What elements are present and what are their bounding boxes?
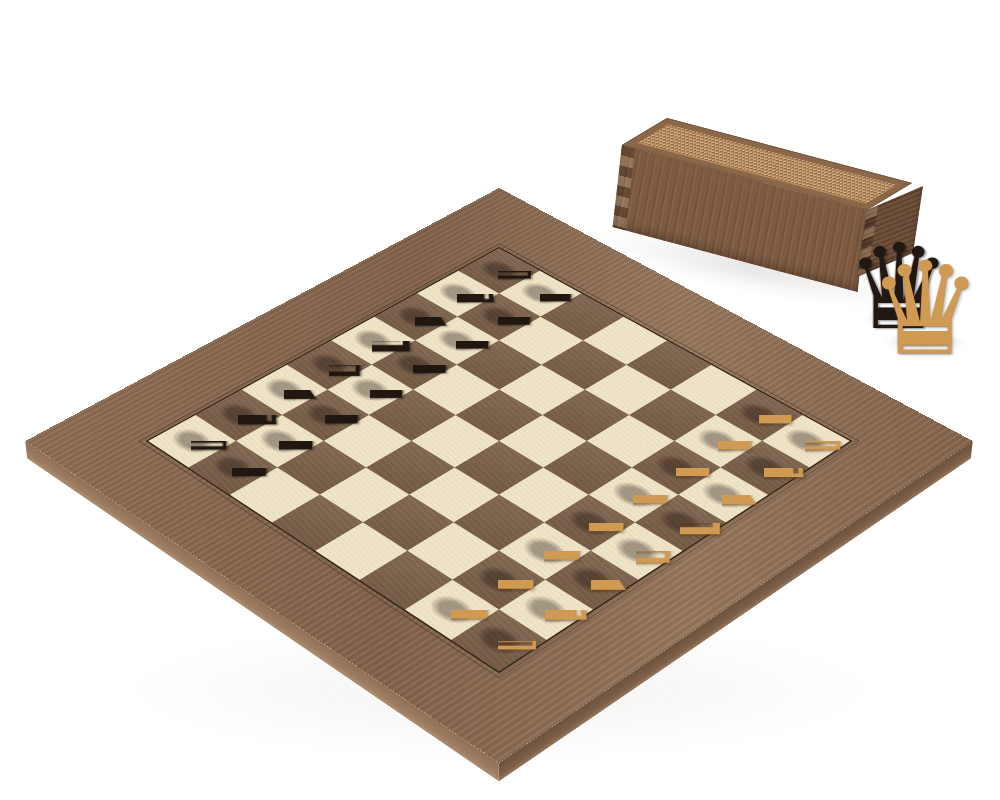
chess-board: ♜♟♟♜♞♟♟♞♝♟♟♝♚♟♟♚♛♟♟♛♝♟♟♝♞♟♟♞♜♟♟♜ [25,188,973,763]
square-d5[interactable] [411,415,499,467]
board-scene: ♜♟♟♜♞♟♟♞♝♟♟♝♚♟♟♚♛♟♟♛♝♟♟♝♞♟♟♞♜♟♟♜ [0,0,1000,800]
white-rook-a1[interactable]: ♜ [438,536,559,670]
photo-stage: ♛ ♛ ♜♟♟♜♞♟♟♞♝♟♟♝♚♟♟♚♛♟♟♛♝♟♟♝♞♟♟♞♜♟♟♜ [0,0,1000,800]
black-pawn-a7[interactable]: ♟ [181,380,283,493]
spare-white-queen[interactable]: ♛ [868,245,983,373]
square-a1[interactable]: ♜ [451,610,546,672]
